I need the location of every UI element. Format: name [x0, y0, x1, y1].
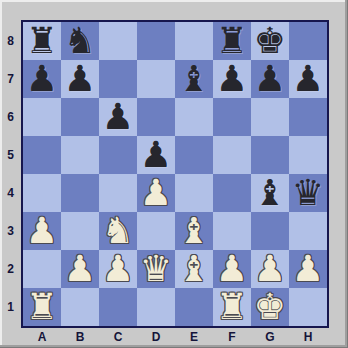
piece-black-pawn[interactable]: ♟ — [140, 136, 172, 174]
board-frame: 87654321 ♜♞♜♚♟♟♝♟♟♟♟♟♟♝♛♟♞♝♟♟♛♝♟♟♟♜♜♚ AB… — [0, 0, 348, 348]
square-e8[interactable] — [175, 22, 213, 60]
piece-white-pawn[interactable]: ♟ — [26, 212, 58, 250]
square-f3[interactable] — [213, 212, 251, 250]
square-a6[interactable] — [23, 98, 61, 136]
file-label-f: F — [213, 329, 251, 345]
piece-white-pawn[interactable]: ♟ — [292, 250, 324, 288]
square-e4[interactable] — [175, 174, 213, 212]
square-h6[interactable] — [289, 98, 327, 136]
rank-labels: 87654321 — [0, 22, 21, 326]
piece-black-pawn[interactable]: ♟ — [292, 60, 324, 98]
square-h1[interactable] — [289, 288, 327, 326]
square-c3[interactable]: ♞ — [99, 212, 137, 250]
file-label-g: G — [251, 329, 289, 345]
piece-white-pawn[interactable]: ♟ — [216, 250, 248, 288]
square-d2[interactable]: ♛ — [137, 250, 175, 288]
square-c1[interactable] — [99, 288, 137, 326]
piece-white-rook[interactable]: ♜ — [216, 288, 248, 326]
square-g6[interactable] — [251, 98, 289, 136]
square-f8[interactable]: ♜ — [213, 22, 251, 60]
piece-white-bishop[interactable]: ♝ — [178, 250, 210, 288]
piece-black-bishop[interactable]: ♝ — [254, 174, 286, 212]
square-c5[interactable] — [99, 136, 137, 174]
piece-black-pawn[interactable]: ♟ — [26, 60, 58, 98]
piece-black-knight[interactable]: ♞ — [64, 22, 96, 60]
piece-white-pawn[interactable]: ♟ — [140, 174, 172, 212]
square-f1[interactable]: ♜ — [213, 288, 251, 326]
piece-white-queen[interactable]: ♛ — [140, 250, 172, 288]
piece-black-queen[interactable]: ♛ — [292, 174, 324, 212]
square-e1[interactable] — [175, 288, 213, 326]
square-h3[interactable] — [289, 212, 327, 250]
square-b1[interactable] — [61, 288, 99, 326]
piece-white-pawn[interactable]: ♟ — [102, 250, 134, 288]
square-e2[interactable]: ♝ — [175, 250, 213, 288]
square-e6[interactable] — [175, 98, 213, 136]
rank-label-6: 6 — [0, 98, 21, 136]
square-c6[interactable]: ♟ — [99, 98, 137, 136]
square-f5[interactable] — [213, 136, 251, 174]
square-c7[interactable] — [99, 60, 137, 98]
file-label-h: H — [289, 329, 327, 345]
square-e7[interactable]: ♝ — [175, 60, 213, 98]
piece-black-pawn[interactable]: ♟ — [254, 60, 286, 98]
square-b8[interactable]: ♞ — [61, 22, 99, 60]
piece-black-pawn[interactable]: ♟ — [216, 60, 248, 98]
square-b6[interactable] — [61, 98, 99, 136]
square-g2[interactable]: ♟ — [251, 250, 289, 288]
rank-label-8: 8 — [0, 22, 21, 60]
piece-white-knight[interactable]: ♞ — [102, 212, 134, 250]
square-g1[interactable]: ♚ — [251, 288, 289, 326]
square-a8[interactable]: ♜ — [23, 22, 61, 60]
square-d3[interactable] — [137, 212, 175, 250]
square-a2[interactable] — [23, 250, 61, 288]
square-a4[interactable] — [23, 174, 61, 212]
square-b3[interactable] — [61, 212, 99, 250]
piece-black-king[interactable]: ♚ — [254, 22, 286, 60]
square-h4[interactable]: ♛ — [289, 174, 327, 212]
rank-label-7: 7 — [0, 60, 21, 98]
square-f4[interactable] — [213, 174, 251, 212]
square-d6[interactable] — [137, 98, 175, 136]
square-b4[interactable] — [61, 174, 99, 212]
piece-black-pawn[interactable]: ♟ — [64, 60, 96, 98]
square-a7[interactable]: ♟ — [23, 60, 61, 98]
square-h8[interactable] — [289, 22, 327, 60]
piece-white-king[interactable]: ♚ — [254, 288, 286, 326]
square-f7[interactable]: ♟ — [213, 60, 251, 98]
square-h7[interactable]: ♟ — [289, 60, 327, 98]
square-h5[interactable] — [289, 136, 327, 174]
square-b2[interactable]: ♟ — [61, 250, 99, 288]
square-g5[interactable] — [251, 136, 289, 174]
square-e3[interactable]: ♝ — [175, 212, 213, 250]
rank-label-1: 1 — [0, 288, 21, 326]
chess-board: ♜♞♜♚♟♟♝♟♟♟♟♟♟♝♛♟♞♝♟♟♛♝♟♟♟♜♜♚ — [21, 20, 329, 328]
square-g7[interactable]: ♟ — [251, 60, 289, 98]
square-d5[interactable]: ♟ — [137, 136, 175, 174]
square-a5[interactable] — [23, 136, 61, 174]
rank-label-3: 3 — [0, 212, 21, 250]
square-d8[interactable] — [137, 22, 175, 60]
square-e5[interactable] — [175, 136, 213, 174]
piece-black-rook[interactable]: ♜ — [216, 22, 248, 60]
piece-black-rook[interactable]: ♜ — [26, 22, 58, 60]
square-g8[interactable]: ♚ — [251, 22, 289, 60]
square-d7[interactable] — [137, 60, 175, 98]
file-label-a: A — [23, 329, 61, 345]
file-labels: ABCDEFGH — [23, 329, 327, 345]
file-label-d: D — [137, 329, 175, 345]
piece-black-bishop[interactable]: ♝ — [178, 60, 210, 98]
square-f2[interactable]: ♟ — [213, 250, 251, 288]
square-d4[interactable]: ♟ — [137, 174, 175, 212]
square-g4[interactable]: ♝ — [251, 174, 289, 212]
square-a1[interactable]: ♜ — [23, 288, 61, 326]
piece-black-pawn[interactable]: ♟ — [102, 98, 134, 136]
square-g3[interactable] — [251, 212, 289, 250]
square-b5[interactable] — [61, 136, 99, 174]
rank-label-2: 2 — [0, 250, 21, 288]
piece-white-pawn[interactable]: ♟ — [254, 250, 286, 288]
piece-white-bishop[interactable]: ♝ — [178, 212, 210, 250]
square-h2[interactable]: ♟ — [289, 250, 327, 288]
square-f6[interactable] — [213, 98, 251, 136]
square-a3[interactable]: ♟ — [23, 212, 61, 250]
piece-white-rook[interactable]: ♜ — [26, 288, 58, 326]
square-c8[interactable] — [99, 22, 137, 60]
square-d1[interactable] — [137, 288, 175, 326]
square-c2[interactable]: ♟ — [99, 250, 137, 288]
file-label-e: E — [175, 329, 213, 345]
file-label-b: B — [61, 329, 99, 345]
rank-label-4: 4 — [0, 174, 21, 212]
square-b7[interactable]: ♟ — [61, 60, 99, 98]
square-c4[interactable] — [99, 174, 137, 212]
piece-white-pawn[interactable]: ♟ — [64, 250, 96, 288]
rank-label-5: 5 — [0, 136, 21, 174]
file-label-c: C — [99, 329, 137, 345]
